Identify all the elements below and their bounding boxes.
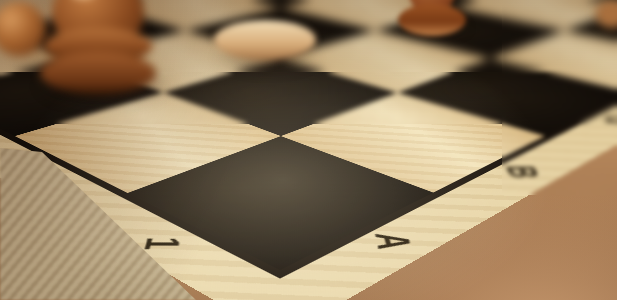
file-label-A: A: [368, 233, 419, 249]
blurred-dark-far-piece[interactable]: [398, 0, 466, 36]
blurred-light-pawn-piece[interactable]: [214, 0, 316, 60]
rank-label-1: 1: [136, 237, 187, 250]
blurred-light-corner-piece-fragment[interactable]: [596, 0, 617, 28]
file-label-B: B: [499, 166, 547, 178]
chessboard-corner-photo: 12ABC: [0, 0, 617, 300]
file-label-C: C: [596, 116, 617, 125]
blurred-dark-large-piece[interactable]: [40, 0, 156, 94]
